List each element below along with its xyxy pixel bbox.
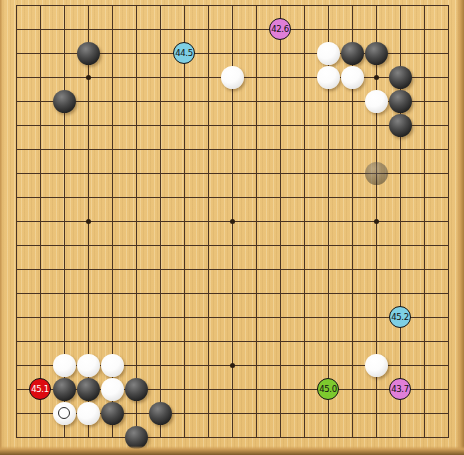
board-cell-A18[interactable] — [4, 17, 28, 41]
board-cell-B19[interactable] — [28, 0, 52, 17]
board-cell-A14[interactable] — [4, 113, 28, 137]
board-cell-F14[interactable] — [124, 113, 148, 137]
board-cell-G1[interactable] — [148, 425, 172, 449]
board-cell-H1[interactable] — [172, 425, 196, 449]
board-cell-F5[interactable] — [124, 329, 148, 353]
board-cell-R7[interactable] — [388, 281, 412, 305]
board-cell-D16[interactable] — [76, 65, 100, 89]
board-cell-G8[interactable] — [148, 257, 172, 281]
board-cell-B16[interactable] — [28, 65, 52, 89]
board-cell-E3[interactable] — [100, 377, 124, 401]
board-cell-M14[interactable] — [268, 113, 292, 137]
board-cell-R5[interactable] — [388, 329, 412, 353]
board-cell-P12[interactable] — [340, 161, 364, 185]
board-cell-H17[interactable]: 44.5 — [172, 41, 196, 65]
board-cell-M9[interactable] — [268, 233, 292, 257]
board-cell-T6[interactable] — [436, 305, 460, 329]
board-cell-H18[interactable] — [172, 17, 196, 41]
board-cell-Q1[interactable] — [364, 425, 388, 449]
board-cell-D18[interactable] — [76, 17, 100, 41]
board-cell-T18[interactable] — [436, 17, 460, 41]
board-cell-N13[interactable] — [292, 137, 316, 161]
board-cell-P15[interactable] — [340, 89, 364, 113]
board-cell-T17[interactable] — [436, 41, 460, 65]
board-cell-T11[interactable] — [436, 185, 460, 209]
board-cell-N4[interactable] — [292, 353, 316, 377]
board-cell-G5[interactable] — [148, 329, 172, 353]
board-cell-D5[interactable] — [76, 329, 100, 353]
board-cell-N6[interactable] — [292, 305, 316, 329]
board-cell-D4[interactable] — [76, 353, 100, 377]
board-cell-A12[interactable] — [4, 161, 28, 185]
board-cell-A19[interactable] — [4, 0, 28, 17]
board-cell-G2[interactable] — [148, 401, 172, 425]
board-cell-B17[interactable] — [28, 41, 52, 65]
board-cell-P4[interactable] — [340, 353, 364, 377]
board-cell-E18[interactable] — [100, 17, 124, 41]
board-cell-K8[interactable] — [220, 257, 244, 281]
board-cell-Q13[interactable] — [364, 137, 388, 161]
board-cell-D8[interactable] — [76, 257, 100, 281]
board-cell-R18[interactable] — [388, 17, 412, 41]
board-cell-M4[interactable] — [268, 353, 292, 377]
board-cell-F12[interactable] — [124, 161, 148, 185]
board-cell-Q3[interactable] — [364, 377, 388, 401]
board-cell-R12[interactable] — [388, 161, 412, 185]
board-cell-N10[interactable] — [292, 209, 316, 233]
board-cell-C15[interactable] — [52, 89, 76, 113]
board-cell-M13[interactable] — [268, 137, 292, 161]
board-cell-B15[interactable] — [28, 89, 52, 113]
board-cell-C14[interactable] — [52, 113, 76, 137]
board-cell-D3[interactable] — [76, 377, 100, 401]
board-cell-P10[interactable] — [340, 209, 364, 233]
board-cell-P16[interactable] — [340, 65, 364, 89]
board-cell-F11[interactable] — [124, 185, 148, 209]
board-cell-K18[interactable] — [220, 17, 244, 41]
board-cell-R11[interactable] — [388, 185, 412, 209]
board-cell-T4[interactable] — [436, 353, 460, 377]
board-cell-S9[interactable] — [412, 233, 436, 257]
board-cell-P8[interactable] — [340, 257, 364, 281]
board-cell-G17[interactable] — [148, 41, 172, 65]
candidate-move-badge-H17[interactable]: 44.5 — [173, 42, 195, 64]
board-cell-G10[interactable] — [148, 209, 172, 233]
board-cell-M3[interactable] — [268, 377, 292, 401]
board-cell-L3[interactable] — [244, 377, 268, 401]
board-cell-R17[interactable] — [388, 41, 412, 65]
board-cell-R1[interactable] — [388, 425, 412, 449]
board-cell-G4[interactable] — [148, 353, 172, 377]
board-cell-J19[interactable] — [196, 0, 220, 17]
board-cell-Q6[interactable] — [364, 305, 388, 329]
board-cell-K19[interactable] — [220, 0, 244, 17]
board-cell-R3[interactable]: 43.7 — [388, 377, 412, 401]
candidate-move-badge-Q6[interactable]: 45.2 — [389, 306, 411, 328]
board-cell-J2[interactable] — [196, 401, 220, 425]
board-cell-G7[interactable] — [148, 281, 172, 305]
board-cell-R16[interactable] — [388, 65, 412, 89]
board-cell-K4[interactable] — [220, 353, 244, 377]
board-cell-N18[interactable] — [292, 17, 316, 41]
board-cell-K7[interactable] — [220, 281, 244, 305]
board-cell-E15[interactable] — [100, 89, 124, 113]
board-cell-Q2[interactable] — [364, 401, 388, 425]
board-cell-C11[interactable] — [52, 185, 76, 209]
board-cell-S18[interactable] — [412, 17, 436, 41]
board-cell-J3[interactable] — [196, 377, 220, 401]
board-cell-R10[interactable] — [388, 209, 412, 233]
board-cell-N14[interactable] — [292, 113, 316, 137]
board-cell-N9[interactable] — [292, 233, 316, 257]
board-cell-C16[interactable] — [52, 65, 76, 89]
board-cell-Q9[interactable] — [364, 233, 388, 257]
board-cell-E7[interactable] — [100, 281, 124, 305]
board-cell-M5[interactable] — [268, 329, 292, 353]
board-cell-K1[interactable] — [220, 425, 244, 449]
board-cell-Q5[interactable] — [364, 329, 388, 353]
board-cell-G16[interactable] — [148, 65, 172, 89]
board-cell-H16[interactable] — [172, 65, 196, 89]
board-cell-S10[interactable] — [412, 209, 436, 233]
board-cell-O17[interactable] — [316, 41, 340, 65]
board-cell-B1[interactable] — [28, 425, 52, 449]
board-cell-R14[interactable] — [388, 113, 412, 137]
board-cell-T3[interactable] — [436, 377, 460, 401]
board-cell-M18[interactable]: 42.6 — [268, 17, 292, 41]
board-cell-M11[interactable] — [268, 185, 292, 209]
board-cell-B12[interactable] — [28, 161, 52, 185]
board-cell-N8[interactable] — [292, 257, 316, 281]
board-cell-Q15[interactable] — [364, 89, 388, 113]
board-cell-J7[interactable] — [196, 281, 220, 305]
board-cell-L16[interactable] — [244, 65, 268, 89]
board-cell-F9[interactable] — [124, 233, 148, 257]
board-cell-M8[interactable] — [268, 257, 292, 281]
board-cell-N7[interactable] — [292, 281, 316, 305]
board-cell-K3[interactable] — [220, 377, 244, 401]
candidate-move-badge-Q3[interactable]: 43.7 — [389, 378, 411, 400]
board-cell-B18[interactable] — [28, 17, 52, 41]
board-cell-M16[interactable] — [268, 65, 292, 89]
board-cell-K11[interactable] — [220, 185, 244, 209]
board-cell-T12[interactable] — [436, 161, 460, 185]
board-cell-H6[interactable] — [172, 305, 196, 329]
board-cell-O1[interactable] — [316, 425, 340, 449]
board-cell-M1[interactable] — [268, 425, 292, 449]
board-cell-E2[interactable] — [100, 401, 124, 425]
board-cell-O8[interactable] — [316, 257, 340, 281]
board-cell-Q17[interactable] — [364, 41, 388, 65]
board-cell-O6[interactable] — [316, 305, 340, 329]
board-cell-D10[interactable] — [76, 209, 100, 233]
board-cell-L5[interactable] — [244, 329, 268, 353]
board-cell-P19[interactable] — [340, 0, 364, 17]
board-cell-E14[interactable] — [100, 113, 124, 137]
board-cell-H2[interactable] — [172, 401, 196, 425]
board-cell-L18[interactable] — [244, 17, 268, 41]
board-cell-E4[interactable] — [100, 353, 124, 377]
board-cell-N2[interactable] — [292, 401, 316, 425]
board-cell-Q14[interactable] — [364, 113, 388, 137]
board-cell-C6[interactable] — [52, 305, 76, 329]
board-cell-K9[interactable] — [220, 233, 244, 257]
board-cell-L19[interactable] — [244, 0, 268, 17]
board-cell-B11[interactable] — [28, 185, 52, 209]
board-cell-C9[interactable] — [52, 233, 76, 257]
board-cell-O4[interactable] — [316, 353, 340, 377]
board-cell-L12[interactable] — [244, 161, 268, 185]
board-cell-S7[interactable] — [412, 281, 436, 305]
board-cell-F8[interactable] — [124, 257, 148, 281]
board-cell-S13[interactable] — [412, 137, 436, 161]
board-cell-P1[interactable] — [340, 425, 364, 449]
board-cell-O13[interactable] — [316, 137, 340, 161]
board-cell-D7[interactable] — [76, 281, 100, 305]
board-cell-E6[interactable] — [100, 305, 124, 329]
board-cell-S2[interactable] — [412, 401, 436, 425]
board-cell-K17[interactable] — [220, 41, 244, 65]
board-cell-K12[interactable] — [220, 161, 244, 185]
board-cell-T16[interactable] — [436, 65, 460, 89]
board-cell-S8[interactable] — [412, 257, 436, 281]
board-cell-H10[interactable] — [172, 209, 196, 233]
board-cell-A11[interactable] — [4, 185, 28, 209]
board-cell-G14[interactable] — [148, 113, 172, 137]
board-cell-R15[interactable] — [388, 89, 412, 113]
board-cell-D12[interactable] — [76, 161, 100, 185]
board-cell-A13[interactable] — [4, 137, 28, 161]
board-cell-S11[interactable] — [412, 185, 436, 209]
board-cell-N19[interactable] — [292, 0, 316, 17]
board-cell-N1[interactable] — [292, 425, 316, 449]
board-cell-C13[interactable] — [52, 137, 76, 161]
board-cell-H13[interactable] — [172, 137, 196, 161]
board-cell-T8[interactable] — [436, 257, 460, 281]
board-cell-S14[interactable] — [412, 113, 436, 137]
board-cell-P17[interactable] — [340, 41, 364, 65]
board-cell-O10[interactable] — [316, 209, 340, 233]
board-cell-J5[interactable] — [196, 329, 220, 353]
board-cell-P11[interactable] — [340, 185, 364, 209]
board-cell-F10[interactable] — [124, 209, 148, 233]
board-cell-M17[interactable] — [268, 41, 292, 65]
board-cell-P5[interactable] — [340, 329, 364, 353]
board-cell-R19[interactable] — [388, 0, 412, 17]
board-cell-E12[interactable] — [100, 161, 124, 185]
board-cell-P2[interactable] — [340, 401, 364, 425]
board-cell-E17[interactable] — [100, 41, 124, 65]
board-cell-F3[interactable] — [124, 377, 148, 401]
board-cell-F19[interactable] — [124, 0, 148, 17]
board-cell-C2[interactable] — [52, 401, 76, 425]
board-cell-D14[interactable] — [76, 113, 100, 137]
board-cell-M12[interactable] — [268, 161, 292, 185]
board-cell-R6[interactable]: 45.2 — [388, 305, 412, 329]
board-cell-H7[interactable] — [172, 281, 196, 305]
board-cell-K14[interactable] — [220, 113, 244, 137]
board-cell-K10[interactable] — [220, 209, 244, 233]
board-cell-F4[interactable] — [124, 353, 148, 377]
board-cell-B5[interactable] — [28, 329, 52, 353]
board-cell-E19[interactable] — [100, 0, 124, 17]
board-cell-B8[interactable] — [28, 257, 52, 281]
board-cell-T13[interactable] — [436, 137, 460, 161]
board-cell-B14[interactable] — [28, 113, 52, 137]
board-cell-P9[interactable] — [340, 233, 364, 257]
board-cell-S1[interactable] — [412, 425, 436, 449]
board-cell-T1[interactable] — [436, 425, 460, 449]
board-cell-O11[interactable] — [316, 185, 340, 209]
board-cell-T5[interactable] — [436, 329, 460, 353]
board-cell-C1[interactable] — [52, 425, 76, 449]
board-cell-G12[interactable] — [148, 161, 172, 185]
board-cell-F2[interactable] — [124, 401, 148, 425]
board-cell-R2[interactable] — [388, 401, 412, 425]
board-cell-T2[interactable] — [436, 401, 460, 425]
board-cell-Q19[interactable] — [364, 0, 388, 17]
board-cell-A1[interactable] — [4, 425, 28, 449]
board-cell-J17[interactable] — [196, 41, 220, 65]
board-cell-S5[interactable] — [412, 329, 436, 353]
board-cell-L6[interactable] — [244, 305, 268, 329]
board-cell-L10[interactable] — [244, 209, 268, 233]
board-cell-P6[interactable] — [340, 305, 364, 329]
board-cell-H4[interactable] — [172, 353, 196, 377]
board-cell-D13[interactable] — [76, 137, 100, 161]
board-cell-O7[interactable] — [316, 281, 340, 305]
board-cell-H19[interactable] — [172, 0, 196, 17]
board-cell-Q8[interactable] — [364, 257, 388, 281]
board-cell-L7[interactable] — [244, 281, 268, 305]
board-cell-O19[interactable] — [316, 0, 340, 17]
board-cell-N5[interactable] — [292, 329, 316, 353]
board-cell-E10[interactable] — [100, 209, 124, 233]
board-cell-G15[interactable] — [148, 89, 172, 113]
board-cell-O9[interactable] — [316, 233, 340, 257]
board-cell-Q11[interactable] — [364, 185, 388, 209]
candidate-move-badge-M18[interactable]: 42.6 — [269, 18, 291, 40]
board-cell-B7[interactable] — [28, 281, 52, 305]
board-cell-O14[interactable] — [316, 113, 340, 137]
board-cell-D19[interactable] — [76, 0, 100, 17]
board-cell-J12[interactable] — [196, 161, 220, 185]
board-cell-G11[interactable] — [148, 185, 172, 209]
board-cell-N11[interactable] — [292, 185, 316, 209]
board-cell-S12[interactable] — [412, 161, 436, 185]
board-cell-D11[interactable] — [76, 185, 100, 209]
board-cell-Q4[interactable] — [364, 353, 388, 377]
board-cell-S17[interactable] — [412, 41, 436, 65]
board-cell-D6[interactable] — [76, 305, 100, 329]
board-cell-J15[interactable] — [196, 89, 220, 113]
board-cell-R13[interactable] — [388, 137, 412, 161]
board-cell-L14[interactable] — [244, 113, 268, 137]
board-cell-L11[interactable] — [244, 185, 268, 209]
board-cell-P7[interactable] — [340, 281, 364, 305]
board-cell-O12[interactable] — [316, 161, 340, 185]
board-cell-K13[interactable] — [220, 137, 244, 161]
board-cell-D2[interactable] — [76, 401, 100, 425]
board-cell-K2[interactable] — [220, 401, 244, 425]
board-cell-H9[interactable] — [172, 233, 196, 257]
board-cell-O16[interactable] — [316, 65, 340, 89]
board-cell-J10[interactable] — [196, 209, 220, 233]
board-cell-Q12[interactable] — [364, 161, 388, 185]
board-cell-B4[interactable] — [28, 353, 52, 377]
board-cell-S19[interactable] — [412, 0, 436, 17]
board-cell-B10[interactable] — [28, 209, 52, 233]
board-cell-F7[interactable] — [124, 281, 148, 305]
board-cell-F13[interactable] — [124, 137, 148, 161]
board-cell-G9[interactable] — [148, 233, 172, 257]
board-cell-K16[interactable] — [220, 65, 244, 89]
board-cell-L9[interactable] — [244, 233, 268, 257]
board-cell-H8[interactable] — [172, 257, 196, 281]
board-cell-A2[interactable] — [4, 401, 28, 425]
candidate-move-badge-N3[interactable]: 45.0 — [317, 378, 339, 400]
board-cell-A5[interactable] — [4, 329, 28, 353]
board-cell-F18[interactable] — [124, 17, 148, 41]
board-cell-F17[interactable] — [124, 41, 148, 65]
board-cell-O3[interactable]: 45.0 — [316, 377, 340, 401]
board-cell-F15[interactable] — [124, 89, 148, 113]
board-cell-A15[interactable] — [4, 89, 28, 113]
board-cell-F6[interactable] — [124, 305, 148, 329]
board-cell-P13[interactable] — [340, 137, 364, 161]
board-cell-A6[interactable] — [4, 305, 28, 329]
board-cell-H3[interactable] — [172, 377, 196, 401]
board-cell-K6[interactable] — [220, 305, 244, 329]
board-cell-E13[interactable] — [100, 137, 124, 161]
board-cell-O18[interactable] — [316, 17, 340, 41]
board-cell-C12[interactable] — [52, 161, 76, 185]
board-cell-H15[interactable] — [172, 89, 196, 113]
board-cell-K5[interactable] — [220, 329, 244, 353]
board-cell-L1[interactable] — [244, 425, 268, 449]
board-cell-J14[interactable] — [196, 113, 220, 137]
board-cell-A17[interactable] — [4, 41, 28, 65]
board-cell-H12[interactable] — [172, 161, 196, 185]
board-cell-O15[interactable] — [316, 89, 340, 113]
board-cell-L17[interactable] — [244, 41, 268, 65]
board-cell-T10[interactable] — [436, 209, 460, 233]
board-cell-M7[interactable] — [268, 281, 292, 305]
board-cell-L13[interactable] — [244, 137, 268, 161]
board-cell-L8[interactable] — [244, 257, 268, 281]
board-cell-E11[interactable] — [100, 185, 124, 209]
board-cell-P18[interactable] — [340, 17, 364, 41]
board-cell-D17[interactable] — [76, 41, 100, 65]
board-cell-J18[interactable] — [196, 17, 220, 41]
board-cell-S15[interactable] — [412, 89, 436, 113]
board-cell-C17[interactable] — [52, 41, 76, 65]
board-cell-O2[interactable] — [316, 401, 340, 425]
board-cell-J4[interactable] — [196, 353, 220, 377]
board-cell-B2[interactable] — [28, 401, 52, 425]
board-cell-S16[interactable] — [412, 65, 436, 89]
board-cell-H14[interactable] — [172, 113, 196, 137]
board-cell-L15[interactable] — [244, 89, 268, 113]
board-cell-M19[interactable] — [268, 0, 292, 17]
board-cell-C8[interactable] — [52, 257, 76, 281]
board-cell-N15[interactable] — [292, 89, 316, 113]
board-cell-N16[interactable] — [292, 65, 316, 89]
board-cell-D15[interactable] — [76, 89, 100, 113]
board-cell-Q18[interactable] — [364, 17, 388, 41]
board-cell-H5[interactable] — [172, 329, 196, 353]
board-cell-E1[interactable] — [100, 425, 124, 449]
